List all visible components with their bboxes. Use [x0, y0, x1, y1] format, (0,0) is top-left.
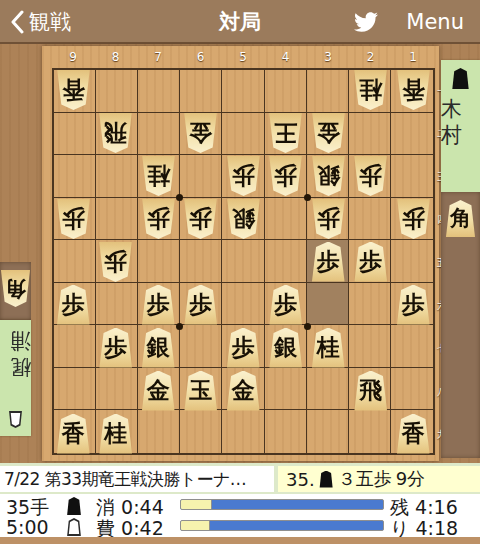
square-59[interactable] — [222, 410, 264, 453]
hand-piece-gote-角[interactable]: 角 — [0, 270, 32, 307]
white-piece-pentagon-icon — [8, 411, 23, 428]
back-button[interactable]: 観戦 — [10, 0, 71, 44]
square-41[interactable] — [265, 70, 307, 113]
square-49[interactable] — [265, 410, 307, 453]
square-22[interactable] — [349, 113, 391, 156]
square-52[interactable] — [222, 113, 264, 156]
square-67[interactable] — [180, 325, 222, 368]
square-13[interactable] — [391, 155, 433, 198]
square-93[interactable] — [54, 155, 96, 198]
move-text: ３五歩 — [338, 467, 392, 491]
file-label-6: 6 — [180, 50, 222, 64]
square-97[interactable] — [54, 325, 96, 368]
sente-player-name: 木村 — [441, 96, 480, 148]
square-95[interactable] — [54, 240, 96, 283]
move-number: 35. — [286, 469, 315, 490]
square-24[interactable] — [349, 198, 391, 241]
square-88[interactable] — [96, 368, 138, 411]
white-piece-pentagon-icon — [66, 518, 82, 536]
board-stage: 987654321 一二三四五六七八九 香桂香飛金王金桂歩歩銀歩歩歩歩銀歩歩歩歩… — [0, 44, 480, 463]
square-51[interactable] — [222, 70, 264, 113]
square-79[interactable] — [138, 410, 180, 453]
square-31[interactable] — [307, 70, 349, 113]
file-label-1: 1 — [392, 50, 434, 64]
square-15[interactable] — [391, 240, 433, 283]
clock-panel: 35手 消 0:44 残 4:16 5:00 費 0:42 り 4:18 — [0, 494, 480, 537]
file-label-2: 2 — [350, 50, 392, 64]
gote-clock-row: 5:00 費 0:42 り 4:18 — [0, 516, 480, 537]
square-56[interactable] — [222, 283, 264, 326]
twitter-bird-icon[interactable] — [352, 10, 380, 34]
square-44[interactable] — [265, 198, 307, 241]
file-label-7: 7 — [137, 50, 179, 64]
total-time: 5:00 — [6, 516, 49, 538]
black-piece-pentagon-icon — [66, 497, 82, 515]
square-98[interactable] — [54, 368, 96, 411]
square-72[interactable] — [138, 113, 180, 156]
menu-button[interactable]: Menu — [406, 10, 464, 34]
event-title: 7/22 第33期竜王戦決勝トーナ… — [0, 466, 274, 492]
star-point — [304, 323, 311, 330]
sente-clock-row: 35手 消 0:44 残 4:16 — [0, 495, 480, 516]
square-36[interactable] — [307, 283, 349, 326]
sente-captured-tray: 角 — [441, 192, 480, 458]
back-label: 観戦 — [29, 8, 71, 36]
square-83[interactable] — [96, 155, 138, 198]
square-61[interactable] — [180, 70, 222, 113]
back-chevron-icon — [10, 10, 24, 34]
square-45[interactable] — [265, 240, 307, 283]
square-81[interactable] — [96, 70, 138, 113]
file-label-8: 8 — [95, 50, 137, 64]
star-point — [304, 194, 311, 201]
gote-time-bar — [180, 520, 384, 531]
square-26[interactable] — [349, 283, 391, 326]
sente-time-bar — [180, 499, 384, 510]
black-piece-pentagon-icon — [319, 471, 334, 488]
file-label-3: 3 — [307, 50, 349, 64]
info-panel: 7/22 第33期竜王戦決勝トーナ… 35. ３五歩 9分 35手 消 0:44… — [0, 463, 480, 544]
square-55[interactable] — [222, 240, 264, 283]
square-63[interactable] — [180, 155, 222, 198]
gote-captured-tray: 角 — [0, 262, 31, 320]
square-18[interactable] — [391, 368, 433, 411]
square-29[interactable] — [349, 410, 391, 453]
square-39[interactable] — [307, 410, 349, 453]
gote-name-plate: 梶浦 — [0, 320, 31, 436]
black-piece-pentagon-icon — [451, 68, 470, 89]
square-17[interactable] — [391, 325, 433, 368]
nav-bar: 観戦 対局 Menu — [0, 0, 480, 44]
shogi-app-screen: 観戦 対局 Menu 987654321 一二三四五六七八九 香桂香飛金王金桂歩… — [0, 0, 480, 544]
square-48[interactable] — [265, 368, 307, 411]
file-label-5: 5 — [222, 50, 264, 64]
star-point — [176, 323, 183, 330]
file-label-4: 4 — [265, 50, 307, 64]
square-38[interactable] — [307, 368, 349, 411]
star-point — [176, 194, 183, 201]
square-84[interactable] — [96, 198, 138, 241]
square-71[interactable] — [138, 70, 180, 113]
square-75[interactable] — [138, 240, 180, 283]
sente-name-plate: 木村 — [441, 60, 480, 192]
hand-piece-sente-角[interactable]: 角 — [444, 200, 477, 237]
square-92[interactable] — [54, 113, 96, 156]
file-label-9: 9 — [52, 50, 94, 64]
gote-player-name: 梶浦 — [0, 328, 31, 380]
last-move-box: 35. ３五歩 9分 — [278, 466, 480, 492]
move-time: 9分 — [396, 467, 425, 491]
square-69[interactable] — [180, 410, 222, 453]
square-65[interactable] — [180, 240, 222, 283]
square-27[interactable] — [349, 325, 391, 368]
bottom-strip — [0, 537, 480, 544]
square-86[interactable] — [96, 283, 138, 326]
square-12[interactable] — [391, 113, 433, 156]
